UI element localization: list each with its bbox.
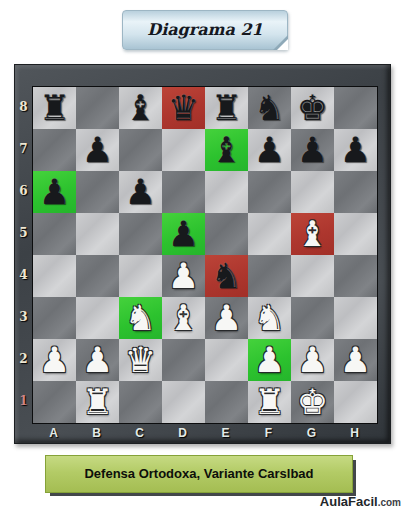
chess-board-frame: 87654321 ♜♝♛♜♞♚♟♝♟♟♟♟♟♟♝♟♞♞♝♟♞♟♟♛♟♟♟♜♜♚ …	[14, 64, 391, 444]
rank-label-7: 7	[15, 128, 32, 170]
square-e2[interactable]	[205, 339, 248, 381]
square-c2[interactable]: ♛	[119, 339, 162, 381]
square-e7[interactable]: ♝	[205, 129, 248, 171]
piece-white-queen: ♛	[125, 339, 156, 381]
square-d3[interactable]: ♝	[162, 297, 205, 339]
square-b5[interactable]	[76, 213, 119, 255]
rank-label-5: 5	[15, 212, 32, 254]
caption-box: Defensa Ortodoxa, Variante Carslbad	[45, 455, 353, 493]
brand-watermark: AulaFacil.com	[320, 492, 401, 509]
piece-white-pawn: ♟	[211, 297, 242, 339]
rank-label-6: 6	[15, 170, 32, 212]
square-c4[interactable]	[119, 255, 162, 297]
square-f6[interactable]	[248, 171, 291, 213]
square-f8[interactable]: ♞	[248, 87, 291, 129]
square-d5[interactable]: ♟	[162, 213, 205, 255]
piece-black-pawn: ♟	[168, 213, 199, 255]
square-a3[interactable]	[33, 297, 76, 339]
square-g3[interactable]	[291, 297, 334, 339]
square-a8[interactable]: ♜	[33, 87, 76, 129]
chess-diagram-page: Diagrama 21 87654321 ♜♝♛♜♞♚♟♝♟♟♟♟♟♟♝♟♞♞♝…	[0, 0, 405, 509]
diagram-title-banner: Diagrama 21	[122, 10, 288, 50]
file-label-h: H	[333, 424, 376, 444]
piece-black-rook: ♜	[211, 87, 242, 129]
square-b3[interactable]	[76, 297, 119, 339]
brand-suffix: .com	[378, 497, 401, 508]
square-a5[interactable]	[33, 213, 76, 255]
square-c7[interactable]	[119, 129, 162, 171]
piece-black-pawn: ♟	[39, 171, 70, 213]
square-g4[interactable]	[291, 255, 334, 297]
square-d7[interactable]	[162, 129, 205, 171]
square-d2[interactable]	[162, 339, 205, 381]
rank-label-4: 4	[15, 254, 32, 296]
square-g7[interactable]: ♟	[291, 129, 334, 171]
square-f4[interactable]	[248, 255, 291, 297]
square-h6[interactable]	[334, 171, 377, 213]
square-e4[interactable]: ♞	[205, 255, 248, 297]
piece-black-pawn: ♟	[254, 129, 285, 171]
rank-labels: 87654321	[15, 86, 32, 422]
piece-black-pawn: ♟	[82, 129, 113, 171]
piece-black-knight: ♞	[254, 87, 285, 129]
square-h2[interactable]: ♟	[334, 339, 377, 381]
square-e6[interactable]	[205, 171, 248, 213]
square-e5[interactable]	[205, 213, 248, 255]
piece-white-rook: ♜	[254, 381, 285, 423]
rank-label-1: 1	[15, 380, 32, 422]
piece-white-pawn: ♟	[39, 339, 70, 381]
square-h4[interactable]	[334, 255, 377, 297]
piece-black-rook: ♜	[39, 87, 70, 129]
square-e1[interactable]	[205, 381, 248, 423]
square-f5[interactable]	[248, 213, 291, 255]
square-a1[interactable]	[33, 381, 76, 423]
square-g1[interactable]: ♚	[291, 381, 334, 423]
square-f1[interactable]: ♜	[248, 381, 291, 423]
square-b1[interactable]: ♜	[76, 381, 119, 423]
square-b4[interactable]	[76, 255, 119, 297]
square-a6[interactable]: ♟	[33, 171, 76, 213]
square-h5[interactable]	[334, 213, 377, 255]
piece-black-pawn: ♟	[297, 129, 328, 171]
square-b6[interactable]	[76, 171, 119, 213]
square-b8[interactable]	[76, 87, 119, 129]
square-h3[interactable]	[334, 297, 377, 339]
square-h7[interactable]: ♟	[334, 129, 377, 171]
file-label-a: A	[32, 424, 75, 444]
file-label-c: C	[118, 424, 161, 444]
square-c3[interactable]: ♞	[119, 297, 162, 339]
square-c1[interactable]	[119, 381, 162, 423]
piece-black-queen: ♛	[168, 87, 199, 129]
rank-label-8: 8	[15, 86, 32, 128]
square-b7[interactable]: ♟	[76, 129, 119, 171]
square-d8[interactable]: ♛	[162, 87, 205, 129]
piece-white-bishop: ♝	[297, 213, 328, 255]
piece-black-bishop: ♝	[211, 129, 242, 171]
square-e3[interactable]: ♟	[205, 297, 248, 339]
piece-white-knight: ♞	[125, 297, 156, 339]
piece-white-pawn: ♟	[168, 255, 199, 297]
piece-black-pawn: ♟	[125, 171, 156, 213]
piece-white-pawn: ♟	[340, 339, 371, 381]
brand-name: AulaFacil	[320, 494, 378, 509]
file-labels: ABCDEFGH	[32, 424, 376, 444]
rank-label-3: 3	[15, 296, 32, 338]
piece-black-bishop: ♝	[125, 87, 156, 129]
square-a4[interactable]	[33, 255, 76, 297]
square-a2[interactable]: ♟	[33, 339, 76, 381]
square-f3[interactable]: ♞	[248, 297, 291, 339]
file-label-e: E	[204, 424, 247, 444]
banner-fold-page-icon	[277, 39, 288, 50]
square-g6[interactable]	[291, 171, 334, 213]
square-h1[interactable]	[334, 381, 377, 423]
piece-white-pawn: ♟	[254, 339, 285, 381]
square-a7[interactable]	[33, 129, 76, 171]
square-g5[interactable]: ♝	[291, 213, 334, 255]
square-d4[interactable]: ♟	[162, 255, 205, 297]
piece-black-king: ♚	[297, 87, 328, 129]
chess-board: ♜♝♛♜♞♚♟♝♟♟♟♟♟♟♝♟♞♞♝♟♞♟♟♛♟♟♟♜♜♚	[32, 86, 378, 424]
file-label-g: G	[290, 424, 333, 444]
piece-white-pawn: ♟	[82, 339, 113, 381]
file-label-f: F	[247, 424, 290, 444]
rank-label-2: 2	[15, 338, 32, 380]
piece-white-king: ♚	[297, 381, 328, 423]
piece-black-pawn: ♟	[340, 129, 371, 171]
diagram-title: Diagrama 21	[147, 20, 262, 39]
square-d1[interactable]	[162, 381, 205, 423]
piece-white-pawn: ♟	[297, 339, 328, 381]
square-f2[interactable]: ♟	[248, 339, 291, 381]
square-h8[interactable]	[334, 87, 377, 129]
square-c6[interactable]: ♟	[119, 171, 162, 213]
square-c8[interactable]: ♝	[119, 87, 162, 129]
piece-white-knight: ♞	[254, 297, 285, 339]
square-g8[interactable]: ♚	[291, 87, 334, 129]
square-f7[interactable]: ♟	[248, 129, 291, 171]
square-d6[interactable]	[162, 171, 205, 213]
square-e8[interactable]: ♜	[205, 87, 248, 129]
caption-text: Defensa Ortodoxa, Variante Carslbad	[84, 466, 313, 481]
piece-white-rook: ♜	[82, 381, 113, 423]
piece-white-bishop: ♝	[168, 297, 199, 339]
file-label-d: D	[161, 424, 204, 444]
square-c5[interactable]	[119, 213, 162, 255]
file-label-b: B	[75, 424, 118, 444]
piece-black-knight: ♞	[211, 255, 242, 297]
square-g2[interactable]: ♟	[291, 339, 334, 381]
square-b2[interactable]: ♟	[76, 339, 119, 381]
